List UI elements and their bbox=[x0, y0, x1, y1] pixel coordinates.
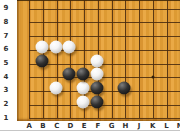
grid-line-col-G bbox=[112, 0, 113, 118]
col-label-A: A bbox=[23, 123, 35, 130]
white-stone-F4 bbox=[90, 68, 103, 81]
grid-line-col-H bbox=[125, 0, 126, 118]
white-stone-C3 bbox=[49, 81, 62, 94]
col-label-M: M bbox=[174, 123, 180, 130]
grid-line-row-5 bbox=[29, 64, 180, 65]
col-label-G: G bbox=[106, 123, 118, 130]
white-stone-F5 bbox=[90, 54, 103, 67]
col-label-C: C bbox=[51, 123, 63, 130]
white-stone-B6 bbox=[36, 40, 49, 53]
black-stone-D4 bbox=[63, 68, 76, 81]
col-label-E: E bbox=[78, 123, 90, 130]
row-label-1: 1 bbox=[0, 115, 12, 122]
grid-line-row-2 bbox=[29, 105, 180, 106]
black-stone-F2 bbox=[90, 95, 103, 108]
grid-line-col-K bbox=[153, 0, 154, 118]
grid-line-row-8 bbox=[29, 22, 180, 23]
grid-line-col-A bbox=[29, 0, 30, 118]
col-label-F: F bbox=[92, 123, 104, 130]
grid-line-col-J bbox=[139, 0, 140, 118]
col-label-B: B bbox=[37, 123, 49, 130]
white-stone-D6 bbox=[63, 40, 76, 53]
col-label-J: J bbox=[133, 123, 145, 130]
col-label-D: D bbox=[64, 123, 76, 130]
row-label-9: 9 bbox=[0, 5, 12, 12]
col-label-L: L bbox=[161, 123, 173, 130]
row-label-4: 4 bbox=[0, 74, 12, 81]
black-stone-H3 bbox=[118, 81, 131, 94]
black-stone-E4 bbox=[77, 68, 90, 81]
row-label-2: 2 bbox=[0, 101, 12, 108]
grid-line-row-9 bbox=[29, 9, 180, 10]
bottom-divider-rule bbox=[0, 130, 180, 131]
row-label-6: 6 bbox=[0, 46, 12, 53]
col-label-K: K bbox=[147, 123, 159, 130]
black-stone-F3 bbox=[90, 81, 103, 94]
grid-line-col-D bbox=[70, 0, 71, 118]
grid-line-row-7 bbox=[29, 36, 180, 37]
row-label-5: 5 bbox=[0, 60, 12, 67]
grid-line-col-L bbox=[167, 0, 168, 118]
row-label-7: 7 bbox=[0, 33, 12, 40]
grid-line-row-1 bbox=[29, 118, 180, 119]
black-stone-B5 bbox=[36, 54, 49, 67]
row-label-3: 3 bbox=[0, 87, 12, 94]
row-label-8: 8 bbox=[0, 19, 12, 26]
white-stone-E3 bbox=[77, 81, 90, 94]
white-stone-E2 bbox=[77, 95, 90, 108]
go-app-screenshot: 987654321 ABCDEFGHJKLM bbox=[0, 0, 180, 135]
grid-line-col-C bbox=[57, 0, 58, 118]
white-stone-C6 bbox=[49, 40, 62, 53]
star-point-K4 bbox=[151, 76, 154, 79]
col-label-H: H bbox=[119, 123, 131, 130]
grid-line-row-4 bbox=[29, 77, 180, 78]
